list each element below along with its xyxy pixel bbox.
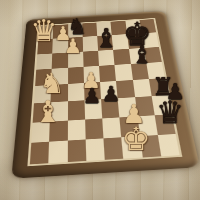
piece-black-pawn-d3[interactable]: ♟ — [83, 86, 102, 107]
piece-white-pawn-c6[interactable]: ♟ — [64, 36, 82, 56]
piece-black-queen-h2[interactable]: ♛ — [156, 97, 184, 128]
piece-black-bishop-e6[interactable]: ♝ — [94, 25, 117, 51]
piece-black-bishop-g5[interactable]: ♝ — [131, 43, 153, 67]
chess-photo-scene: ♞♟♛♚♝♟♝♟♞♜♟♟♟♝♟♛♚ — [0, 0, 200, 200]
piece-black-pawn-e3[interactable]: ♟ — [102, 84, 121, 105]
piece-white-king-f1[interactable]: ♚ — [122, 123, 151, 155]
pieces-layer: ♞♟♛♚♝♟♝♟♞♜♟♟♟♝♟♛♚ — [0, 0, 200, 200]
piece-white-bishop-b2[interactable]: ♝ — [35, 97, 62, 127]
piece-white-queen-a7[interactable]: ♛ — [31, 16, 58, 46]
